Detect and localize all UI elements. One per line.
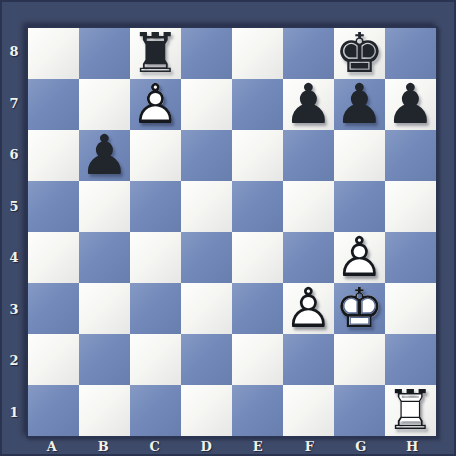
chess-board-frame: 87654321 ABCDEFGH ♜♚♟♙♟♟♟♟♟♙♟♙♚♔♜♖ [0,0,456,456]
square-f3[interactable]: ♟♙ [283,283,334,334]
square-a6[interactable] [28,130,79,181]
rank-label-5: 5 [2,181,26,233]
rank-label-8: 8 [2,26,26,78]
black-pawn-h7[interactable]: ♟ [385,79,436,130]
square-h5[interactable] [385,181,436,232]
square-a2[interactable] [28,334,79,385]
square-c1[interactable] [130,385,181,436]
piece-outline-glyph: ♔ [334,283,385,334]
square-h4[interactable] [385,232,436,283]
piece-fill-glyph: ♟ [283,79,334,130]
square-g6[interactable] [334,130,385,181]
black-pawn-g7[interactable]: ♟ [334,79,385,130]
square-e1[interactable] [232,385,283,436]
square-g2[interactable] [334,334,385,385]
square-c3[interactable] [130,283,181,334]
square-h6[interactable] [385,130,436,181]
rank-label-6: 6 [2,129,26,181]
square-d5[interactable] [181,181,232,232]
square-h1[interactable]: ♜♖ [385,385,436,436]
square-g1[interactable] [334,385,385,436]
square-h7[interactable]: ♟ [385,79,436,130]
square-e6[interactable] [232,130,283,181]
square-c6[interactable] [130,130,181,181]
file-label-a: A [26,439,78,454]
rank-label-7: 7 [2,78,26,130]
square-b4[interactable] [79,232,130,283]
square-d7[interactable] [181,79,232,130]
square-a3[interactable] [28,283,79,334]
white-pawn-f3[interactable]: ♟♙ [283,283,334,334]
square-b6[interactable]: ♟ [79,130,130,181]
rank-labels: 87654321 [2,26,26,438]
piece-outline-glyph: ♖ [385,385,436,436]
square-a8[interactable] [28,28,79,79]
square-d8[interactable] [181,28,232,79]
square-d1[interactable] [181,385,232,436]
black-pawn-f7[interactable]: ♟ [283,79,334,130]
piece-outline-glyph: ♙ [283,283,334,334]
square-f2[interactable] [283,334,334,385]
piece-fill-glyph: ♟ [385,79,436,130]
square-d3[interactable] [181,283,232,334]
square-e3[interactable] [232,283,283,334]
file-label-g: G [335,439,387,454]
file-labels: ABCDEFGH [26,439,438,454]
square-b3[interactable] [79,283,130,334]
square-f6[interactable] [283,130,334,181]
piece-fill-glyph: ♟ [334,79,385,130]
square-c5[interactable] [130,181,181,232]
square-g3[interactable]: ♚♔ [334,283,385,334]
square-b5[interactable] [79,181,130,232]
square-c4[interactable] [130,232,181,283]
square-e8[interactable] [232,28,283,79]
square-f1[interactable] [283,385,334,436]
square-e2[interactable] [232,334,283,385]
file-label-e: E [232,439,284,454]
piece-outline-glyph: ♙ [130,79,181,130]
square-b1[interactable] [79,385,130,436]
square-e4[interactable] [232,232,283,283]
square-a4[interactable] [28,232,79,283]
file-label-d: D [181,439,233,454]
square-a5[interactable] [28,181,79,232]
rank-label-2: 2 [2,335,26,387]
file-label-c: C [129,439,181,454]
square-d4[interactable] [181,232,232,283]
square-d6[interactable] [181,130,232,181]
black-pawn-b6[interactable]: ♟ [79,130,130,181]
file-label-f: F [284,439,336,454]
square-e5[interactable] [232,181,283,232]
square-f5[interactable] [283,181,334,232]
square-b8[interactable] [79,28,130,79]
white-king-g3[interactable]: ♚♔ [334,283,385,334]
square-h3[interactable] [385,283,436,334]
square-a7[interactable] [28,79,79,130]
square-c2[interactable] [130,334,181,385]
white-rook-h1[interactable]: ♜♖ [385,385,436,436]
piece-fill-glyph: ♟ [79,130,130,181]
square-f7[interactable]: ♟ [283,79,334,130]
square-c7[interactable]: ♟♙ [130,79,181,130]
square-a1[interactable] [28,385,79,436]
square-d2[interactable] [181,334,232,385]
chess-board: ♜♚♟♙♟♟♟♟♟♙♟♙♚♔♜♖ [26,26,438,438]
square-e7[interactable] [232,79,283,130]
file-label-b: B [78,439,130,454]
rank-label-4: 4 [2,232,26,284]
rank-label-3: 3 [2,284,26,336]
square-g7[interactable]: ♟ [334,79,385,130]
rank-label-1: 1 [2,387,26,439]
square-b2[interactable] [79,334,130,385]
white-pawn-c7[interactable]: ♟♙ [130,79,181,130]
